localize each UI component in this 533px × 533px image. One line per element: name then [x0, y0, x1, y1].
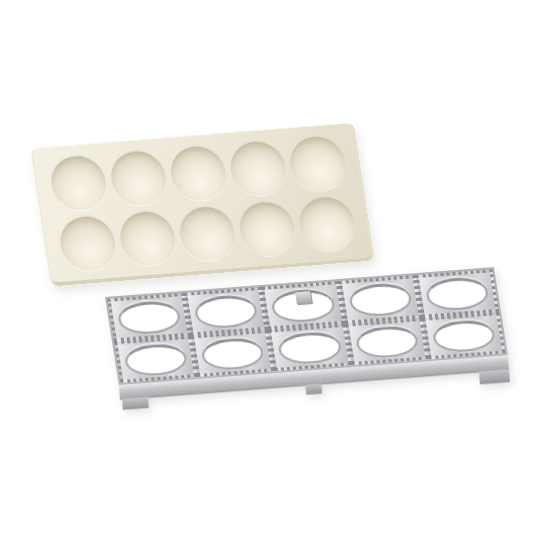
- frame-hole: [431, 318, 497, 354]
- ravioli-mold-frame: [105, 267, 510, 400]
- frame-hole: [193, 294, 259, 330]
- tray-dome: [167, 145, 229, 203]
- tray-dome: [236, 200, 298, 258]
- frame-cell: [191, 329, 275, 377]
- tray-dome: [108, 150, 170, 208]
- frame-cell: [107, 293, 191, 341]
- frame-foot-left: [122, 397, 149, 410]
- press-tray: [30, 122, 375, 287]
- tray-dome: [57, 214, 119, 272]
- frame-hole: [424, 276, 490, 312]
- tray-dome: [227, 140, 289, 198]
- tray-grid: [48, 134, 358, 273]
- frame-cell: [114, 335, 198, 383]
- tray-dome: [176, 205, 238, 263]
- frame-cell: [261, 281, 345, 329]
- frame-hole: [123, 342, 189, 378]
- frame-hole: [200, 336, 266, 372]
- frame-hinge-tab: [295, 292, 312, 305]
- tray-dome: [117, 210, 179, 268]
- frame-cell: [184, 287, 268, 335]
- frame-hole: [354, 324, 420, 360]
- frame-cell: [345, 317, 429, 365]
- frame-hole: [116, 300, 182, 336]
- frame-hole: [277, 330, 343, 366]
- tray-dome: [48, 155, 110, 213]
- tray-dome: [296, 195, 358, 253]
- frame-hole: [270, 288, 336, 324]
- frame-cell: [422, 311, 506, 359]
- frame-hole: [347, 282, 413, 318]
- frame-foot-right: [479, 369, 510, 384]
- frame-cell: [268, 323, 352, 371]
- frame-cell: [415, 269, 499, 317]
- frame-foot-middle: [305, 384, 322, 395]
- product-photo-background: [0, 0, 533, 533]
- frame-cell: [338, 275, 422, 323]
- tray-dome: [287, 135, 349, 193]
